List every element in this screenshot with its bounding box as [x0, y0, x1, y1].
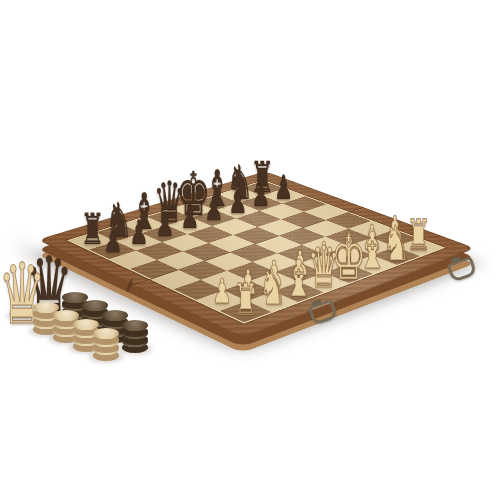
- piece-anchor: [159, 232, 170, 236]
- piece-anchor: [239, 309, 251, 314]
- piece-anchor: [318, 280, 330, 285]
- piece-anchor: [292, 289, 304, 294]
- piece-anchor: [389, 236, 400, 240]
- piece-anchor: [107, 248, 118, 252]
- piece-anchor: [278, 194, 288, 198]
- piece-anchor: [212, 200, 222, 204]
- piece-anchor: [367, 262, 379, 266]
- piece-anchor: [87, 239, 98, 243]
- piece-anchor: [232, 209, 243, 213]
- piece-anchor: [343, 271, 355, 276]
- checker-disc-dark: [122, 320, 148, 331]
- piece-anchor: [269, 279, 281, 284]
- piece-anchor: [133, 240, 144, 244]
- piece-anchor: [184, 224, 195, 228]
- piece-anchor: [319, 261, 331, 265]
- checker-stack-dark-4: [122, 320, 148, 354]
- board-grid: [67, 180, 446, 324]
- piece-anchor: [164, 215, 175, 219]
- stage: ♜♞♝♛♚♝♞♜♟♟♟♟♟♟♟♟♟♟♟♟♟♟♟♟♜♞♝♛♚♝♞♜♛♛: [0, 0, 500, 500]
- piece-anchor: [294, 270, 306, 275]
- piece-anchor: [255, 201, 265, 205]
- piece-anchor: [242, 288, 254, 293]
- checker-disc-light: [93, 328, 119, 339]
- piece-anchor: [113, 231, 124, 235]
- piece-anchor: [366, 244, 377, 248]
- piece-anchor: [208, 216, 219, 220]
- piece-anchor: [258, 186, 268, 189]
- piece-anchor: [413, 245, 424, 249]
- checker-stack-light-4: [93, 328, 119, 362]
- piece-anchor: [216, 298, 228, 303]
- piece-anchor: [390, 254, 401, 258]
- piece-anchor: [139, 223, 150, 227]
- piece-anchor: [188, 208, 199, 212]
- piece-anchor: [343, 253, 354, 257]
- piece-anchor: [235, 193, 245, 197]
- piece-anchor: [266, 299, 278, 304]
